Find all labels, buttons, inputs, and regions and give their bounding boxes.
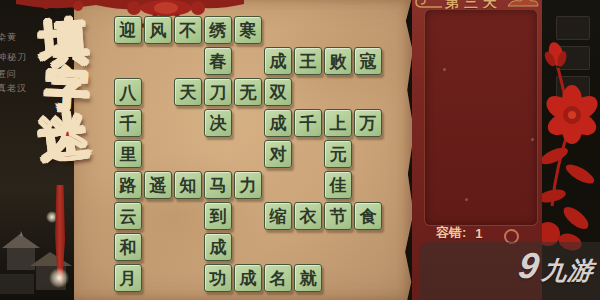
tile-上[interactable]: 上 — [324, 109, 352, 137]
red-peony-flower-art — [536, 28, 600, 268]
tile-云[interactable]: 云 — [114, 202, 142, 230]
watermark-banner: 9 九游 — [419, 242, 600, 300]
title-char: 迷 — [23, 107, 105, 167]
tile-食[interactable]: 食 — [354, 202, 382, 230]
tile-无[interactable]: 无 — [234, 78, 262, 106]
tile-成[interactable]: 成 — [264, 109, 292, 137]
tile-知[interactable]: 知 — [174, 171, 202, 199]
tile-遥[interactable]: 遥 — [144, 171, 172, 199]
tile-千[interactable]: 千 — [114, 109, 142, 137]
tile-马[interactable]: 马 — [204, 171, 232, 199]
tile-和[interactable]: 和 — [114, 233, 142, 261]
game-title: 填 字 迷 — [26, 18, 102, 163]
title-char: 填 — [24, 15, 103, 69]
background-text: 神秘刀 — [0, 51, 27, 64]
tile-决[interactable]: 决 — [204, 109, 232, 137]
tile-对[interactable]: 对 — [264, 140, 292, 168]
tile-就[interactable]: 就 — [294, 264, 322, 292]
tile-衣[interactable]: 衣 — [294, 202, 322, 230]
tile-风[interactable]: 风 — [144, 16, 172, 44]
tile-成[interactable]: 成 — [234, 264, 262, 292]
tile-成[interactable]: 成 — [204, 233, 232, 261]
glow-particle — [49, 268, 69, 288]
tile-寒[interactable]: 寒 — [234, 16, 262, 44]
tile-王[interactable]: 王 — [294, 47, 322, 75]
tile-月[interactable]: 月 — [114, 264, 142, 292]
tile-双[interactable]: 双 — [264, 78, 292, 106]
tile-败[interactable]: 败 — [324, 47, 352, 75]
tile-迎[interactable]: 迎 — [114, 16, 142, 44]
tile-千[interactable]: 千 — [294, 109, 322, 137]
sparkle-dot — [443, 68, 446, 71]
tile-万[interactable]: 万 — [354, 109, 382, 137]
scroll-ornament-left-icon — [414, 0, 444, 9]
tile-不[interactable]: 不 — [174, 16, 202, 44]
tile-名[interactable]: 名 — [264, 264, 292, 292]
sparkle-dot — [465, 198, 468, 201]
tile-佳[interactable]: 佳 — [324, 171, 352, 199]
tile-缩[interactable]: 缩 — [264, 202, 292, 230]
tile-刀[interactable]: 刀 — [204, 78, 232, 106]
title-char: 字 — [28, 65, 106, 114]
word-list-area — [424, 9, 538, 226]
tile-功[interactable]: 功 — [204, 264, 232, 292]
logo-digit: 9 — [516, 248, 541, 284]
tile-元[interactable]: 元 — [324, 140, 352, 168]
background-text: 染黄 — [0, 31, 17, 44]
fault-tolerance-status: 容错: 1 — [436, 224, 483, 242]
logo-text: 九游 — [541, 258, 596, 283]
fault-tolerance-label: 容错: — [436, 224, 466, 242]
tile-力[interactable]: 力 — [234, 171, 262, 199]
tile-绣[interactable]: 绣 — [204, 16, 232, 44]
tile-节[interactable]: 节 — [324, 202, 352, 230]
tile-寇[interactable]: 寇 — [354, 47, 382, 75]
cloud-ornament-right-icon — [506, 0, 540, 9]
jiuyou-logo: 9 九游 — [519, 248, 594, 284]
fault-tolerance-value: 1 — [475, 226, 482, 241]
game-screenshot-root: 染黄 神秘刀 匿问 真老汉 填 字 迷 迎风不绣寒春成王败寇八天 — [0, 0, 600, 300]
tile-里[interactable]: 里 — [114, 140, 142, 168]
background-text: 真老汉 — [0, 82, 27, 95]
tile-成[interactable]: 成 — [264, 47, 292, 75]
tile-到[interactable]: 到 — [204, 202, 232, 230]
background-text: 匿问 — [0, 68, 17, 81]
crossword-board: 迎风不绣寒春成王败寇八天刀无双千决成千上万里对元路遥知马力佳云到缩衣节食和成月功… — [114, 16, 382, 292]
tile-八[interactable]: 八 — [114, 78, 142, 106]
tile-春[interactable]: 春 — [204, 47, 232, 75]
sparkle-dot — [531, 138, 534, 141]
tile-天[interactable]: 天 — [174, 78, 202, 106]
tile-路[interactable]: 路 — [114, 171, 142, 199]
